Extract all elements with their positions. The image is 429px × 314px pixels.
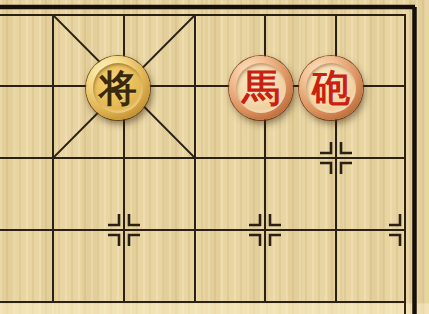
intersection-r3-f3[interactable] (230, 122, 301, 194)
intersection-r1-f5[interactable] (89, 0, 160, 50)
piece-red-horse[interactable]: 馬 (229, 56, 293, 120)
horse-character: 馬 (242, 69, 280, 107)
intersection-r5-f2[interactable] (300, 266, 371, 314)
intersection-r4-f5[interactable] (89, 194, 160, 266)
intersection-r3-f6[interactable] (18, 122, 89, 194)
intersection-r4-f6[interactable] (18, 194, 89, 266)
intersection-r4-f4[interactable] (159, 194, 230, 266)
xiangqi-board: 将 馬 砲 (0, 0, 429, 314)
piece-face: 馬 (236, 63, 286, 113)
intersection-grid (18, 0, 429, 314)
intersection-r5-f3[interactable] (230, 266, 301, 314)
intersection-r1-f6[interactable] (18, 0, 89, 50)
intersection-r1-f1[interactable] (371, 0, 429, 50)
intersection-r5-f6[interactable] (18, 266, 89, 314)
intersection-r3-f2[interactable] (300, 122, 371, 194)
intersection-r2-f4[interactable] (159, 50, 230, 122)
intersection-r3-f1[interactable] (371, 122, 429, 194)
intersection-r2-f1[interactable] (371, 50, 429, 122)
piece-black-general[interactable]: 将 (86, 56, 150, 120)
intersection-r4-f3[interactable] (230, 194, 301, 266)
piece-face: 砲 (306, 63, 356, 113)
intersection-r3-f4[interactable] (159, 122, 230, 194)
cannon-character: 砲 (312, 69, 350, 107)
piece-face: 将 (93, 63, 143, 113)
intersection-r5-f4[interactable] (159, 266, 230, 314)
intersection-r2-f6[interactable] (18, 50, 89, 122)
intersection-r4-f2[interactable] (300, 194, 371, 266)
intersection-r1-f2[interactable] (300, 0, 371, 50)
intersection-r5-f1[interactable] (371, 266, 429, 314)
intersection-r1-f4[interactable] (159, 0, 230, 50)
intersection-r5-f5[interactable] (89, 266, 160, 314)
intersection-r1-f3[interactable] (230, 0, 301, 50)
general-character: 将 (99, 69, 137, 107)
intersection-r3-f5[interactable] (89, 122, 160, 194)
intersection-r4-f1[interactable] (371, 194, 429, 266)
piece-red-cannon[interactable]: 砲 (299, 56, 363, 120)
